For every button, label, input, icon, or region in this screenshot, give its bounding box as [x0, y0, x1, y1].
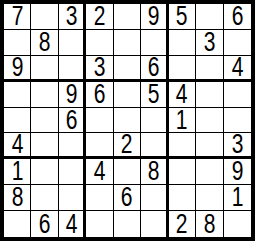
cell-r5c5[interactable]: [114, 108, 141, 134]
cell-r2c3[interactable]: [59, 30, 86, 56]
given-digit: 1: [231, 185, 243, 211]
sudoku-board: 73295683936496546142314898616428: [0, 0, 255, 241]
cell-r7c1[interactable]: 1: [4, 159, 31, 185]
cell-r3c9[interactable]: 4: [224, 56, 251, 82]
cell-r4c5[interactable]: [114, 82, 141, 108]
cell-r6c5[interactable]: 2: [114, 133, 141, 159]
cell-r8c9[interactable]: 1: [224, 185, 251, 211]
given-digit: 9: [11, 56, 23, 81]
given-digit: 2: [121, 133, 133, 158]
given-digit: 6: [148, 56, 160, 81]
cell-r3c4[interactable]: 3: [86, 56, 113, 82]
cell-r3c6[interactable]: 6: [141, 56, 168, 82]
cell-r3c8[interactable]: [196, 56, 223, 82]
cell-r2c2[interactable]: 8: [31, 30, 58, 56]
given-digit: 9: [148, 4, 160, 30]
cell-r9c8[interactable]: 8: [196, 211, 223, 237]
cell-r3c3[interactable]: [59, 56, 86, 82]
cell-r1c5[interactable]: [114, 4, 141, 30]
cell-r2c7[interactable]: [169, 30, 196, 56]
cell-r3c7[interactable]: [169, 56, 196, 82]
cell-r8c5[interactable]: 6: [114, 185, 141, 211]
given-digit: 4: [11, 133, 23, 158]
given-digit: 8: [203, 211, 215, 237]
cell-r3c2[interactable]: [31, 56, 58, 82]
cell-r4c7[interactable]: 4: [169, 82, 196, 108]
cell-r5c7[interactable]: 1: [169, 108, 196, 134]
cell-r6c6[interactable]: [141, 133, 168, 159]
given-digit: 2: [94, 4, 106, 30]
cell-r5c6[interactable]: [141, 108, 168, 134]
cell-r5c2[interactable]: [31, 108, 58, 134]
given-digit: 3: [65, 4, 77, 30]
given-digit: 1: [176, 108, 188, 134]
cell-r8c3[interactable]: [59, 185, 86, 211]
given-digit: 3: [231, 133, 243, 158]
cell-r9c7[interactable]: 2: [169, 211, 196, 237]
given-digit: 9: [231, 159, 243, 185]
given-digit: 6: [121, 185, 133, 211]
cell-r3c5[interactable]: [114, 56, 141, 82]
cell-r8c1[interactable]: 8: [4, 185, 31, 211]
cell-r2c6[interactable]: [141, 30, 168, 56]
given-digit: 3: [94, 56, 106, 81]
given-digit: 1: [11, 159, 23, 185]
cell-r6c7[interactable]: [169, 133, 196, 159]
given-digit: 8: [148, 159, 160, 185]
cell-r9c6[interactable]: [141, 211, 168, 237]
cell-r2c1[interactable]: [4, 30, 31, 56]
cell-r9c2[interactable]: 6: [31, 211, 58, 237]
cell-r7c8[interactable]: [196, 159, 223, 185]
given-digit: 8: [39, 30, 51, 56]
cell-r9c4[interactable]: [86, 211, 113, 237]
cell-r2c4[interactable]: [86, 30, 113, 56]
cell-r3c1[interactable]: 9: [4, 56, 31, 82]
cell-r7c3[interactable]: [59, 159, 86, 185]
cell-r8c2[interactable]: [31, 185, 58, 211]
cell-r1c4[interactable]: 2: [86, 4, 113, 30]
cell-r7c5[interactable]: [114, 159, 141, 185]
cell-r6c9[interactable]: 3: [224, 133, 251, 159]
given-digit: 7: [11, 4, 23, 30]
cell-r9c1[interactable]: [4, 211, 31, 237]
given-digit: 6: [39, 211, 51, 237]
given-digit: 8: [11, 185, 23, 211]
cell-r8c6[interactable]: [141, 185, 168, 211]
cell-r4c2[interactable]: [31, 82, 58, 108]
cell-r4c9[interactable]: [224, 82, 251, 108]
given-digit: 4: [65, 211, 77, 237]
given-digit: 4: [94, 159, 106, 185]
given-digit: 9: [65, 82, 77, 108]
cell-r7c9[interactable]: 9: [224, 159, 251, 185]
given-digit: 3: [203, 30, 215, 56]
cell-r4c1[interactable]: [4, 82, 31, 108]
cell-r9c3[interactable]: 4: [59, 211, 86, 237]
cell-r1c2[interactable]: [31, 4, 58, 30]
cell-r2c9[interactable]: [224, 30, 251, 56]
cell-r7c7[interactable]: [169, 159, 196, 185]
cell-r8c4[interactable]: [86, 185, 113, 211]
given-digit: 6: [231, 4, 243, 30]
cell-r6c2[interactable]: [31, 133, 58, 159]
cell-r5c4[interactable]: [86, 108, 113, 134]
cell-r8c7[interactable]: [169, 185, 196, 211]
given-digit: 5: [148, 82, 160, 108]
cell-r7c6[interactable]: 8: [141, 159, 168, 185]
cell-r6c8[interactable]: [196, 133, 223, 159]
given-digit: 4: [176, 82, 188, 108]
cell-r4c8[interactable]: [196, 82, 223, 108]
cell-r1c3[interactable]: 3: [59, 4, 86, 30]
cell-r1c6[interactable]: 9: [141, 4, 168, 30]
cell-r2c5[interactable]: [114, 30, 141, 56]
cell-r1c9[interactable]: 6: [224, 4, 251, 30]
cell-r1c7[interactable]: 5: [169, 4, 196, 30]
cell-r2c8[interactable]: 3: [196, 30, 223, 56]
cell-r6c3[interactable]: [59, 133, 86, 159]
cell-r7c2[interactable]: [31, 159, 58, 185]
cell-r4c4[interactable]: 6: [86, 82, 113, 108]
cell-r9c9[interactable]: [224, 211, 251, 237]
cell-r5c8[interactable]: [196, 108, 223, 134]
cell-r4c6[interactable]: 5: [141, 82, 168, 108]
given-digit: 5: [176, 4, 188, 30]
given-digit: 4: [231, 56, 243, 81]
given-digit: 6: [94, 82, 106, 108]
cell-r6c1[interactable]: 4: [4, 133, 31, 159]
given-digit: 2: [176, 211, 188, 237]
cell-r6c4[interactable]: [86, 133, 113, 159]
cell-r1c8[interactable]: [196, 4, 223, 30]
cell-r5c1[interactable]: [4, 108, 31, 134]
cell-r5c9[interactable]: [224, 108, 251, 134]
cell-r4c3[interactable]: 9: [59, 82, 86, 108]
cell-r7c4[interactable]: 4: [86, 159, 113, 185]
given-digit: 6: [65, 108, 77, 134]
cell-r5c3[interactable]: 6: [59, 108, 86, 134]
cell-r1c1[interactable]: 7: [4, 4, 31, 30]
cell-r8c8[interactable]: [196, 185, 223, 211]
cell-r9c5[interactable]: [114, 211, 141, 237]
